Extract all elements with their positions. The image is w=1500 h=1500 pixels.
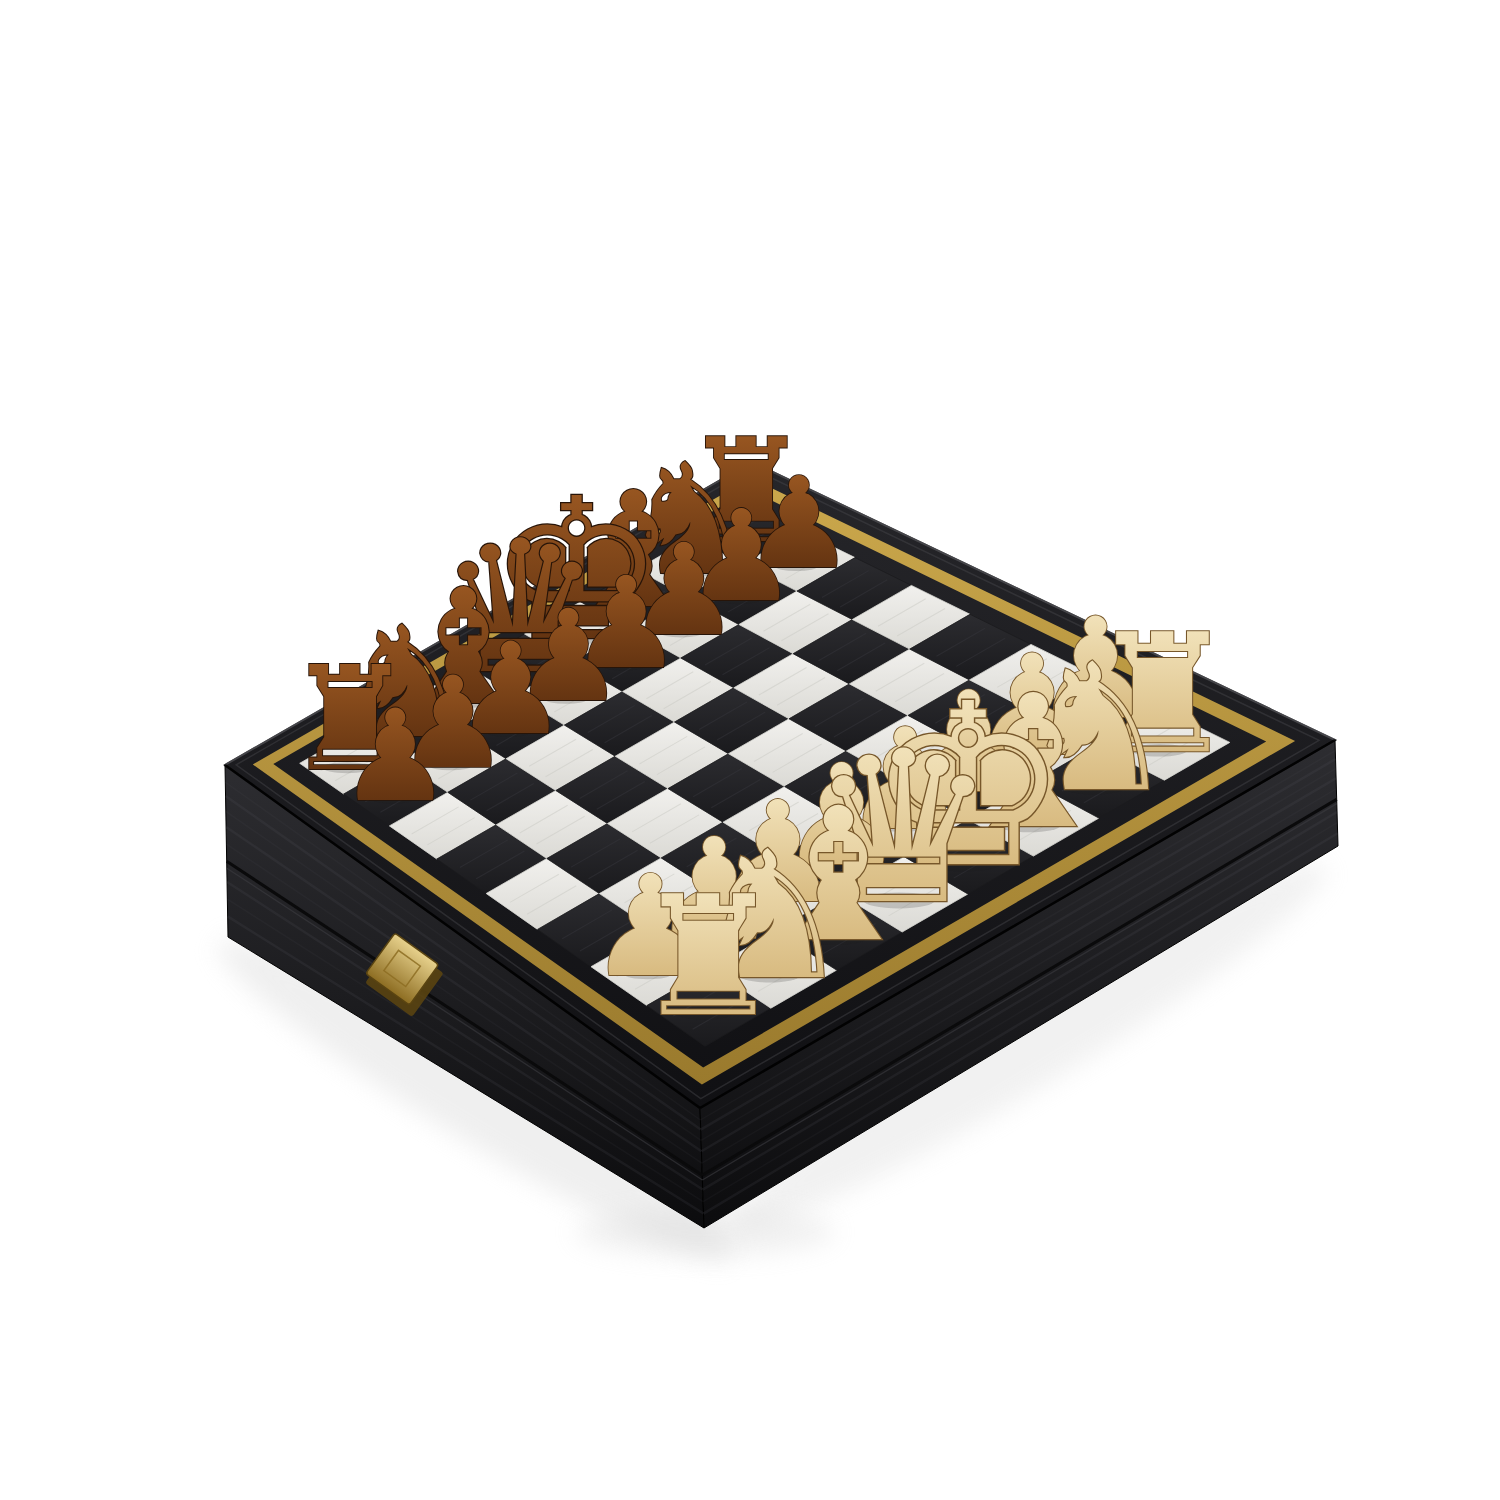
piece-black-pawn[interactable]: ♟ xyxy=(338,682,452,830)
chess-set-scene: ♜♟♞♟♝♟♚♟♛♟♝♟♟♞♜♟♟♜♞♟♟♝♟♚♟♟♛♟♝♟♞♜ xyxy=(0,0,1500,1500)
product-photo: ♜♟♞♟♝♟♚♟♛♟♝♟♟♞♜♟♟♜♞♟♟♝♟♚♟♟♛♟♝♟♞♜ xyxy=(0,0,1500,1500)
piece-white-rook[interactable]: ♜ xyxy=(634,860,782,1053)
